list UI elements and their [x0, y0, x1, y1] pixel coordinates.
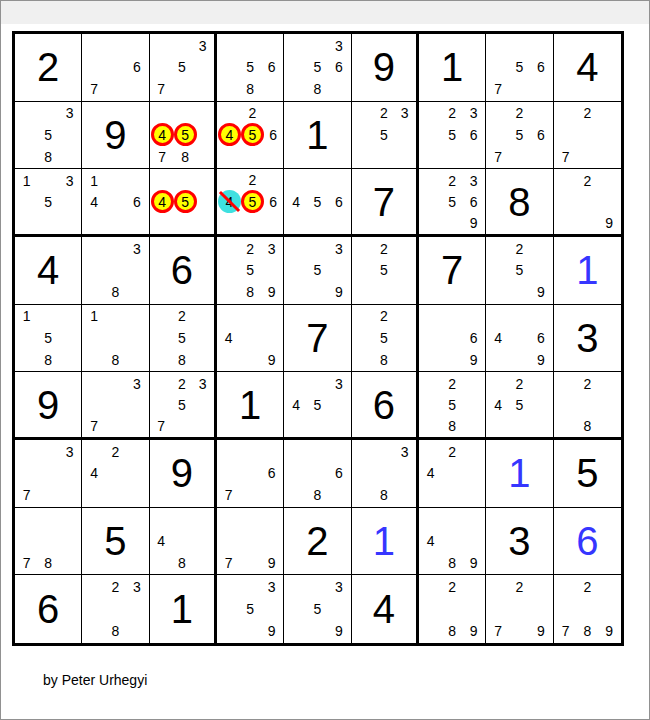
candidate-5: 5: [509, 394, 530, 415]
candidate-grid: 78: [16, 509, 80, 574]
candidate-grid: 23569: [420, 170, 484, 233]
cell-r7c7[interactable]: 24: [419, 440, 486, 508]
candidate-8: 8: [441, 620, 462, 642]
given-digit: 6: [15, 575, 81, 643]
candidate-9: 9: [598, 620, 620, 642]
candidate-grid: 29: [555, 170, 620, 233]
cell-r1c8[interactable]: 567: [486, 34, 553, 102]
cell-r4c1[interactable]: 4: [15, 237, 82, 305]
candidate-grid: 359: [285, 238, 349, 303]
given-digit: 3: [554, 305, 621, 372]
candidate-6: 6: [463, 124, 484, 146]
candidate-grid: 2456: [218, 103, 282, 168]
candidate-8: 8: [441, 552, 462, 574]
cell-r9c5[interactable]: 359: [284, 575, 351, 643]
candidate-3: 3: [463, 170, 484, 191]
candidate-5: 5: [509, 124, 530, 146]
candidate-2: 2: [171, 306, 192, 328]
candidate-2: 2: [576, 170, 598, 191]
given-digit: 7: [352, 169, 416, 234]
candidate-grid: 359: [218, 576, 282, 642]
candidate-7: 7: [151, 78, 172, 100]
candidate-grid: 23589: [218, 238, 282, 303]
cell-r2c8[interactable]: 2567: [486, 102, 553, 170]
cell-r5c6[interactable]: 258: [352, 305, 419, 373]
candidate-4: 4: [420, 530, 441, 552]
candidate-4: 4: [151, 530, 172, 552]
candidate-4: 4: [487, 327, 508, 349]
cell-r9c2[interactable]: 238: [82, 575, 149, 643]
solved-digit: 1: [352, 508, 416, 575]
candidate-5: 5: [509, 260, 530, 282]
candidate-3: 3: [192, 35, 213, 57]
candidate-5: 5: [239, 260, 260, 282]
candidate-8: 8: [37, 349, 58, 371]
candidate-9: 9: [261, 349, 282, 371]
candidate-7: 7: [555, 146, 577, 168]
candidate-8: 8: [239, 78, 260, 100]
candidate-3: 3: [261, 238, 282, 260]
cell-r7c9[interactable]: 5: [554, 440, 621, 508]
cell-r9c9[interactable]: 2789: [554, 575, 621, 643]
candidate-4-highlighted[interactable]: 4: [151, 123, 174, 146]
candidate-4: 4: [285, 191, 306, 212]
cell-r9c6[interactable]: 4: [352, 575, 419, 643]
cell-r8c3[interactable]: 48: [150, 508, 217, 576]
candidate-6: 6: [530, 124, 551, 146]
candidate-5: 5: [239, 57, 260, 79]
given-digit: 1: [419, 34, 485, 101]
candidate-3: 3: [328, 35, 349, 57]
cell-r3c8[interactable]: 8: [486, 169, 553, 237]
candidate-3: 3: [394, 103, 415, 125]
given-digit: 9: [150, 440, 214, 507]
candidate-3: 3: [192, 373, 213, 394]
candidate-grid: 67: [83, 35, 147, 100]
candidate-2: 2: [373, 103, 394, 125]
given-digit: 1: [217, 372, 283, 437]
candidate-grid: 568: [218, 35, 282, 100]
candidate-9: 9: [261, 281, 282, 303]
candidate-4: 4: [420, 463, 441, 485]
cell-r1c6[interactable]: 9: [352, 34, 419, 102]
candidate-2: 2: [441, 103, 462, 125]
candidate-7: 7: [151, 415, 172, 436]
candidate-9: 9: [328, 281, 349, 303]
candidate-9: 9: [261, 620, 282, 642]
candidate-1: 1: [83, 170, 104, 191]
cell-r6c9[interactable]: 28: [554, 372, 621, 440]
candidate-7: 7: [487, 146, 508, 168]
candidate-grid: 28: [555, 373, 620, 436]
candidate-6: 6: [328, 191, 349, 212]
candidate-7: 7: [487, 620, 508, 642]
candidate-grid: 2789: [555, 576, 620, 642]
candidate-2: 2: [576, 103, 598, 125]
cell-r5c1[interactable]: 158: [15, 305, 82, 373]
candidate-2: 2: [373, 306, 394, 328]
candidate-5: 5: [441, 191, 462, 212]
candidate-3: 3: [59, 170, 80, 191]
cell-r1c7[interactable]: 1: [419, 34, 486, 102]
candidate-5: 5: [307, 191, 328, 212]
candidate-grid: 79: [218, 509, 282, 574]
candidate-grid: 258: [151, 306, 213, 371]
cell-r3c4[interactable]: 2456: [217, 169, 284, 237]
cell-r2c2[interactable]: 9: [82, 102, 149, 170]
candidate-1: 1: [16, 306, 37, 328]
given-digit: 6: [150, 237, 214, 304]
candidate-5-highlighted[interactable]: 5: [241, 123, 264, 146]
given-digit: 4: [15, 237, 81, 304]
candidate-6: 6: [463, 191, 484, 212]
candidate-8: 8: [105, 281, 126, 303]
candidate-5: 5: [171, 57, 192, 79]
candidate-8: 8: [239, 281, 260, 303]
candidate-6: 6: [530, 327, 551, 349]
cell-r6c5[interactable]: 345: [284, 372, 351, 440]
cell-r7c6[interactable]: 38: [352, 440, 419, 508]
cell-r7c3[interactable]: 9: [150, 440, 217, 508]
candidate-8: 8: [441, 415, 462, 436]
candidate-grid: 567: [487, 35, 551, 100]
candidate-8: 8: [174, 146, 197, 167]
candidate-6: 6: [264, 190, 282, 213]
given-digit: 9: [15, 372, 81, 437]
given-digit: 7: [284, 305, 350, 372]
candidate-grid: 135: [16, 170, 80, 233]
cell-r8c5[interactable]: 2: [284, 508, 351, 576]
page-header-strip: [1, 1, 649, 24]
cell-r2c5[interactable]: 1: [284, 102, 351, 170]
candidate-3: 3: [59, 441, 80, 463]
candidate-4: 4: [218, 327, 239, 349]
cell-r5c7[interactable]: 69: [419, 305, 486, 373]
cell-r3c6[interactable]: 7: [352, 169, 419, 237]
candidate-grid: 67: [218, 441, 282, 506]
cell-r6c6[interactable]: 6: [352, 372, 419, 440]
cell-r8c9[interactable]: 6: [554, 508, 621, 576]
given-digit: 2: [284, 508, 350, 575]
candidate-2: 2: [239, 238, 260, 260]
cell-r4c5[interactable]: 359: [284, 237, 351, 305]
candidate-grid: 235: [353, 103, 415, 168]
candidate-5: 5: [307, 57, 328, 79]
candidate-9: 9: [463, 349, 484, 371]
candidate-grid: 259: [487, 238, 551, 303]
given-digit: 6: [352, 372, 416, 437]
candidate-8: 8: [373, 484, 394, 506]
candidate-4: 4: [83, 191, 104, 212]
candidate-4-highlighted[interactable]: 4: [218, 123, 241, 146]
candidate-8: 8: [37, 552, 58, 574]
candidate-5: 5: [37, 124, 58, 146]
cell-r6c3[interactable]: 2357: [150, 372, 217, 440]
candidate-grid: 358: [16, 103, 80, 168]
candidate-8: 8: [105, 349, 126, 371]
candidate-1: 1: [83, 306, 104, 328]
cell-r9c8[interactable]: 279: [486, 575, 553, 643]
cell-r6c7[interactable]: 258: [419, 372, 486, 440]
cell-r6c4[interactable]: 1: [217, 372, 284, 440]
cell-r2c9[interactable]: 27: [554, 102, 621, 170]
candidate-5-highlighted[interactable]: 5: [241, 190, 264, 213]
cell-r4c8[interactable]: 259: [486, 237, 553, 305]
candidate-5: 5: [307, 260, 328, 282]
candidate-2: 2: [105, 576, 126, 598]
candidate-grid: 245: [487, 373, 551, 436]
cell-r6c8[interactable]: 245: [486, 372, 553, 440]
candidate-9: 9: [598, 212, 620, 233]
candidate-5: 5: [373, 124, 394, 146]
candidate-1: 1: [16, 170, 37, 191]
cell-r4c7[interactable]: 7: [419, 237, 486, 305]
candidate-9: 9: [530, 620, 551, 642]
cell-r2c7[interactable]: 2356: [419, 102, 486, 170]
candidate-9: 9: [463, 212, 484, 233]
candidate-2: 2: [373, 238, 394, 260]
cell-r4c9[interactable]: 1: [554, 237, 621, 305]
candidate-2: 2: [576, 576, 598, 598]
cell-r2c4[interactable]: 2456: [217, 102, 284, 170]
candidate-5: 5: [441, 124, 462, 146]
candidate-3: 3: [463, 103, 484, 125]
candidate-5: 5: [171, 394, 192, 415]
candidate-7: 7: [83, 415, 104, 436]
cell-r5c3[interactable]: 258: [150, 305, 217, 373]
candidate-5: 5: [307, 598, 328, 620]
cell-r5c5[interactable]: 7: [284, 305, 351, 373]
candidate-grid: 49: [218, 306, 282, 371]
cell-r7c1[interactable]: 37: [15, 440, 82, 508]
candidate-6: 6: [261, 57, 282, 79]
candidate-8: 8: [37, 146, 58, 168]
candidate-2: 2: [509, 238, 530, 260]
candidate-6: 6: [264, 123, 282, 146]
candidate-grid: 238: [83, 576, 147, 642]
candidate-grid: 27: [555, 103, 620, 168]
cell-r1c9[interactable]: 4: [554, 34, 621, 102]
cell-r5c8[interactable]: 469: [486, 305, 553, 373]
cell-r2c3[interactable]: 4578: [150, 102, 217, 170]
given-digit: 4: [352, 575, 416, 643]
cell-r5c4[interactable]: 49: [217, 305, 284, 373]
candidate-5: 5: [307, 394, 328, 415]
cell-r9c3[interactable]: 1: [150, 575, 217, 643]
given-digit: 1: [150, 575, 214, 643]
candidate-grid: 4578: [151, 103, 213, 168]
candidate-5-highlighted[interactable]: 5: [174, 190, 197, 213]
candidate-7: 7: [487, 78, 508, 100]
candidate-grid: 2567: [487, 103, 551, 168]
cell-r7c4[interactable]: 67: [217, 440, 284, 508]
candidate-3: 3: [126, 238, 147, 260]
candidate-8: 8: [576, 415, 598, 436]
candidate-2: 2: [241, 103, 264, 124]
candidate-2: 2: [509, 373, 530, 394]
candidate-8: 8: [105, 620, 126, 642]
candidate-2: 2: [441, 576, 462, 598]
candidate-grid: 69: [420, 306, 484, 371]
cell-r9c7[interactable]: 289: [419, 575, 486, 643]
candidate-6: 6: [126, 191, 147, 212]
cell-r5c9[interactable]: 3: [554, 305, 621, 373]
author-credit: by Peter Urhegyi: [43, 672, 147, 688]
candidate-grid: 289: [420, 576, 484, 642]
candidate-4: 4: [83, 463, 104, 485]
candidate-grid: 279: [487, 576, 551, 642]
candidate-2: 2: [509, 576, 530, 598]
candidate-7: 7: [151, 146, 174, 167]
candidate-grid: 45: [151, 170, 213, 233]
candidate-7: 7: [16, 552, 37, 574]
cell-r9c1[interactable]: 6: [15, 575, 82, 643]
candidate-7: 7: [16, 484, 37, 506]
candidate-5: 5: [441, 394, 462, 415]
candidate-grid: 258: [420, 373, 484, 436]
candidate-9: 9: [261, 552, 282, 574]
candidate-grid: 469: [487, 306, 551, 371]
cell-r6c2[interactable]: 37: [82, 372, 149, 440]
sudoku-board: 2673575683568915674358945782456123523562…: [12, 31, 624, 646]
candidate-5: 5: [37, 191, 58, 212]
candidate-5: 5: [373, 260, 394, 282]
candidate-grid: 158: [16, 306, 80, 371]
candidate-2: 2: [441, 170, 462, 191]
cell-r3c9[interactable]: 29: [554, 169, 621, 237]
candidate-grid: 68: [285, 441, 349, 506]
candidate-grid: 25: [353, 238, 415, 303]
solved-digit: 1: [486, 440, 552, 507]
cell-r2c1[interactable]: 358: [15, 102, 82, 170]
candidate-3: 3: [328, 238, 349, 260]
candidate-4-eliminated[interactable]: 4: [218, 190, 241, 213]
cell-r1c3[interactable]: 357: [150, 34, 217, 102]
candidate-3: 3: [126, 373, 147, 394]
given-digit: 9: [82, 102, 148, 169]
cell-r4c3[interactable]: 6: [150, 237, 217, 305]
given-digit: 8: [486, 169, 552, 234]
candidate-grid: 37: [83, 373, 147, 436]
cell-r2c6[interactable]: 235: [352, 102, 419, 170]
candidate-6: 6: [463, 327, 484, 349]
candidate-grid: 18: [83, 306, 147, 371]
candidate-9: 9: [328, 620, 349, 642]
given-digit: 2: [15, 34, 81, 101]
candidate-3: 3: [59, 103, 80, 125]
candidate-5: 5: [37, 327, 58, 349]
candidate-4: 4: [487, 394, 508, 415]
cell-r3c7[interactable]: 23569: [419, 169, 486, 237]
candidate-6: 6: [328, 463, 349, 485]
candidate-6: 6: [261, 463, 282, 485]
candidate-3: 3: [261, 576, 282, 598]
candidate-9: 9: [463, 552, 484, 574]
candidate-3: 3: [328, 373, 349, 394]
candidate-2: 2: [241, 170, 264, 190]
cell-r9c4[interactable]: 359: [217, 575, 284, 643]
candidate-grid: 489: [420, 509, 484, 574]
candidate-grid: 24: [420, 441, 484, 506]
cell-r1c1[interactable]: 2: [15, 34, 82, 102]
cell-r7c8[interactable]: 1: [486, 440, 553, 508]
candidate-3: 3: [126, 576, 147, 598]
candidate-grid: 24: [83, 441, 147, 506]
given-digit: 9: [352, 34, 416, 101]
candidate-9: 9: [463, 620, 484, 642]
candidate-8: 8: [307, 78, 328, 100]
cell-r8c6[interactable]: 1: [352, 508, 419, 576]
candidate-grid: 3568: [285, 35, 349, 100]
candidate-3: 3: [394, 441, 415, 463]
candidate-5: 5: [239, 598, 260, 620]
candidate-7: 7: [83, 78, 104, 100]
candidate-5: 5: [373, 327, 394, 349]
cell-r4c6[interactable]: 25: [352, 237, 419, 305]
cell-r7c5[interactable]: 68: [284, 440, 351, 508]
cell-r1c4[interactable]: 568: [217, 34, 284, 102]
candidate-9: 9: [530, 349, 551, 371]
cell-r3c1[interactable]: 135: [15, 169, 82, 237]
solved-digit: 1: [554, 237, 621, 304]
candidate-grid: 456: [285, 170, 349, 233]
cell-r8c4[interactable]: 79: [217, 508, 284, 576]
candidate-grid: 48: [151, 509, 213, 574]
candidate-4-highlighted[interactable]: 4: [151, 190, 174, 213]
candidate-2: 2: [441, 373, 462, 394]
candidate-3: 3: [328, 576, 349, 598]
given-digit: 3: [486, 508, 552, 575]
given-digit: 5: [554, 440, 621, 507]
candidate-7: 7: [218, 552, 239, 574]
candidate-7: 7: [555, 620, 577, 642]
candidate-5-highlighted[interactable]: 5: [174, 123, 197, 146]
cell-r7c2[interactable]: 24: [82, 440, 149, 508]
cell-r1c5[interactable]: 3568: [284, 34, 351, 102]
candidate-grid: 357: [151, 35, 213, 100]
candidate-6: 6: [530, 57, 551, 79]
cell-r3c2[interactable]: 146: [82, 169, 149, 237]
cell-r6c1[interactable]: 9: [15, 372, 82, 440]
candidate-8: 8: [171, 349, 192, 371]
candidate-5: 5: [509, 57, 530, 79]
cell-r3c3[interactable]: 45: [150, 169, 217, 237]
candidate-2: 2: [171, 373, 192, 394]
candidate-4: 4: [285, 394, 306, 415]
candidate-grid: 146: [83, 170, 147, 233]
cell-r8c1[interactable]: 78: [15, 508, 82, 576]
cell-r5c2[interactable]: 18: [82, 305, 149, 373]
candidate-grid: 38: [353, 441, 415, 506]
given-digit: 5: [82, 508, 148, 575]
cell-r8c7[interactable]: 489: [419, 508, 486, 576]
solved-digit: 6: [554, 508, 621, 575]
cell-r4c2[interactable]: 38: [82, 237, 149, 305]
candidate-6: 6: [328, 57, 349, 79]
cell-r1c2[interactable]: 67: [82, 34, 149, 102]
cell-r8c8[interactable]: 3: [486, 508, 553, 576]
given-digit: 1: [284, 102, 350, 169]
cell-r4c4[interactable]: 23589: [217, 237, 284, 305]
given-digit: 4: [554, 34, 621, 101]
given-digit: 7: [419, 237, 485, 304]
candidate-2: 2: [509, 103, 530, 125]
candidate-8: 8: [373, 349, 394, 371]
cell-r3c5[interactable]: 456: [284, 169, 351, 237]
candidate-grid: 258: [353, 306, 415, 371]
cell-r8c2[interactable]: 5: [82, 508, 149, 576]
candidate-2: 2: [105, 441, 126, 463]
